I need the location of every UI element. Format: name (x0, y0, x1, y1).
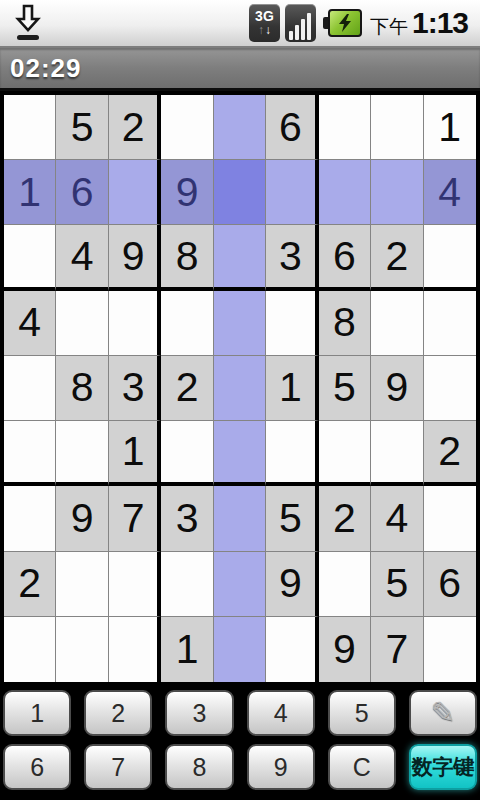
cell-r8c7[interactable] (319, 552, 371, 617)
cell-r6c5[interactable] (214, 421, 266, 486)
cell-r9c4[interactable]: 1 (161, 617, 213, 682)
cell-r8c3[interactable] (109, 552, 161, 617)
key-7[interactable]: 7 (84, 744, 152, 790)
cell-r1c2[interactable]: 5 (56, 95, 108, 160)
cell-r7c6[interactable]: 5 (266, 486, 318, 551)
signal-strength-icon (285, 4, 316, 42)
status-bar: 3G ↑↓ 下午 1:13 (0, 0, 480, 48)
cell-r8c2[interactable] (56, 552, 108, 617)
number-keypad: 12345✎ 6789C数字键 (0, 686, 480, 800)
cell-r2c5[interactable] (214, 160, 266, 225)
lightning-bolt-icon (337, 13, 353, 33)
cell-r4c2[interactable] (56, 291, 108, 356)
cell-r4c4[interactable] (161, 291, 213, 356)
cell-r9c7[interactable]: 9 (319, 617, 371, 682)
cell-r5c7[interactable]: 5 (319, 356, 371, 421)
cell-r2c4[interactable]: 9 (161, 160, 213, 225)
cell-r7c1[interactable] (4, 486, 56, 551)
cell-r8c6[interactable]: 9 (266, 552, 318, 617)
key-3[interactable]: 3 (165, 690, 233, 736)
cell-r3c7[interactable]: 6 (319, 225, 371, 290)
elapsed-timer: 02:29 (0, 53, 82, 84)
cell-r8c4[interactable] (161, 552, 213, 617)
key-5[interactable]: 5 (328, 690, 396, 736)
cell-r6c6[interactable] (266, 421, 318, 486)
cell-r5c8[interactable]: 9 (371, 356, 423, 421)
cell-r1c8[interactable] (371, 95, 423, 160)
cell-r1c4[interactable] (161, 95, 213, 160)
cell-r7c3[interactable]: 7 (109, 486, 161, 551)
cell-r4c7[interactable]: 8 (319, 291, 371, 356)
download-icon (14, 3, 42, 43)
cell-r6c9[interactable]: 2 (424, 421, 476, 486)
cell-r8c9[interactable]: 6 (424, 552, 476, 617)
pencil-mode-button[interactable]: ✎ (409, 690, 477, 736)
cell-r3c4[interactable]: 8 (161, 225, 213, 290)
cell-r1c5[interactable] (214, 95, 266, 160)
network-3g-label: 3G (255, 9, 274, 23)
cell-r2c2[interactable]: 6 (56, 160, 108, 225)
cell-r2c9[interactable]: 4 (424, 160, 476, 225)
cell-r5c9[interactable] (424, 356, 476, 421)
cell-r9c1[interactable] (4, 617, 56, 682)
cell-r8c5[interactable] (214, 552, 266, 617)
cell-r4c5[interactable] (214, 291, 266, 356)
key-6[interactable]: 6 (3, 744, 71, 790)
status-clock-ampm: 下午 (370, 14, 408, 40)
cell-r5c6[interactable]: 1 (266, 356, 318, 421)
cell-r4c1[interactable]: 4 (4, 291, 56, 356)
cell-r6c3[interactable]: 1 (109, 421, 161, 486)
cell-r7c2[interactable]: 9 (56, 486, 108, 551)
cell-r7c7[interactable]: 2 (319, 486, 371, 551)
cell-r3c1[interactable] (4, 225, 56, 290)
cell-r5c1[interactable] (4, 356, 56, 421)
cell-r3c9[interactable] (424, 225, 476, 290)
key-4[interactable]: 4 (247, 690, 315, 736)
cell-r3c6[interactable]: 3 (266, 225, 318, 290)
cell-r4c3[interactable] (109, 291, 161, 356)
cell-r5c5[interactable] (214, 356, 266, 421)
status-clock-time: 1:13 (412, 6, 468, 40)
cell-r8c1[interactable]: 2 (4, 552, 56, 617)
key-8[interactable]: 8 (165, 744, 233, 790)
cell-r6c8[interactable] (371, 421, 423, 486)
cell-r4c9[interactable] (424, 291, 476, 356)
cell-r2c1[interactable]: 1 (4, 160, 56, 225)
key-clear[interactable]: C (328, 744, 396, 790)
game-title-bar: 02:29 (0, 48, 480, 91)
status-clock: 下午 1:13 (370, 6, 468, 40)
battery-charging-icon (323, 9, 362, 37)
keypad-row-1: 12345✎ (3, 690, 477, 736)
cell-r9c8[interactable]: 7 (371, 617, 423, 682)
cell-r9c6[interactable] (266, 617, 318, 682)
cell-r6c2[interactable] (56, 421, 108, 486)
cell-r4c8[interactable] (371, 291, 423, 356)
cell-r7c9[interactable] (424, 486, 476, 551)
key-9[interactable]: 9 (247, 744, 315, 790)
cell-r2c6[interactable] (266, 160, 318, 225)
cell-r9c5[interactable] (214, 617, 266, 682)
key-2[interactable]: 2 (84, 690, 152, 736)
cell-r6c4[interactable] (161, 421, 213, 486)
network-3g-icon: 3G ↑↓ (249, 4, 280, 42)
cell-r2c8[interactable] (371, 160, 423, 225)
cell-r2c3[interactable] (109, 160, 161, 225)
keypad-row-2: 6789C数字键 (3, 744, 477, 790)
cell-r2c7[interactable] (319, 160, 371, 225)
cell-r1c9[interactable]: 1 (424, 95, 476, 160)
cell-r3c8[interactable]: 2 (371, 225, 423, 290)
cell-r1c3[interactable]: 2 (109, 95, 161, 160)
key-1[interactable]: 1 (3, 690, 71, 736)
cell-r7c5[interactable] (214, 486, 266, 551)
cell-r7c8[interactable]: 4 (371, 486, 423, 551)
cell-r1c1[interactable] (4, 95, 56, 160)
cell-r3c3[interactable]: 9 (109, 225, 161, 290)
cell-r1c6[interactable]: 6 (266, 95, 318, 160)
sudoku-board: 5261169449836248832159129735242956197 (0, 91, 480, 686)
pencil-icon: ✎ (430, 698, 455, 728)
cell-r6c7[interactable] (319, 421, 371, 486)
cell-r1c7[interactable] (319, 95, 371, 160)
cell-r3c2[interactable]: 4 (56, 225, 108, 290)
number-mode-button[interactable]: 数字键 (409, 744, 477, 790)
cell-r9c3[interactable] (109, 617, 161, 682)
cell-r9c9[interactable] (424, 617, 476, 682)
cell-r6c1[interactable] (4, 421, 56, 486)
cell-r5c4[interactable]: 2 (161, 356, 213, 421)
cell-r5c2[interactable]: 8 (56, 356, 108, 421)
data-transfer-arrows-icon: ↑↓ (258, 24, 271, 37)
cell-r5c3[interactable]: 3 (109, 356, 161, 421)
cell-r4c6[interactable] (266, 291, 318, 356)
cell-r7c4[interactable]: 3 (161, 486, 213, 551)
cell-r3c5[interactable] (214, 225, 266, 290)
cell-r9c2[interactable] (56, 617, 108, 682)
cell-r8c8[interactable]: 5 (371, 552, 423, 617)
